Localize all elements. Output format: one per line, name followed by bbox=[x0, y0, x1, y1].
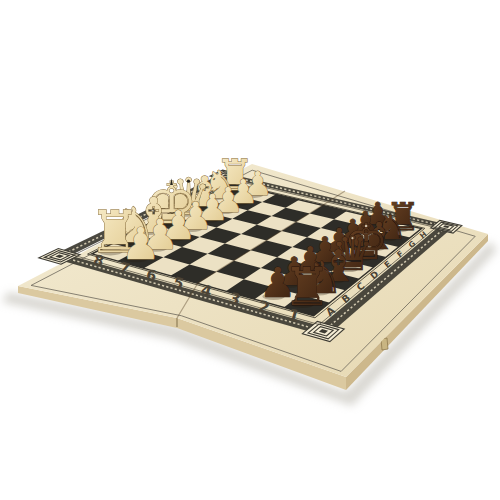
piece-dark-rook-a1: ♜ bbox=[283, 256, 330, 317]
photo-stage: ABCDEFGH12345678♜♟♞♟♝♟♛♟♚♟♟♜♝♟♟♞♞♟♟♝♜♟♚♟… bbox=[0, 0, 500, 500]
piece-light-pawn-a7: ♟ bbox=[121, 218, 160, 269]
chess-board-photo: ABCDEFGH12345678♜♟♞♟♝♟♛♟♚♟♟♜♝♟♟♞♞♟♟♝♜♟♚♟… bbox=[0, 0, 500, 500]
